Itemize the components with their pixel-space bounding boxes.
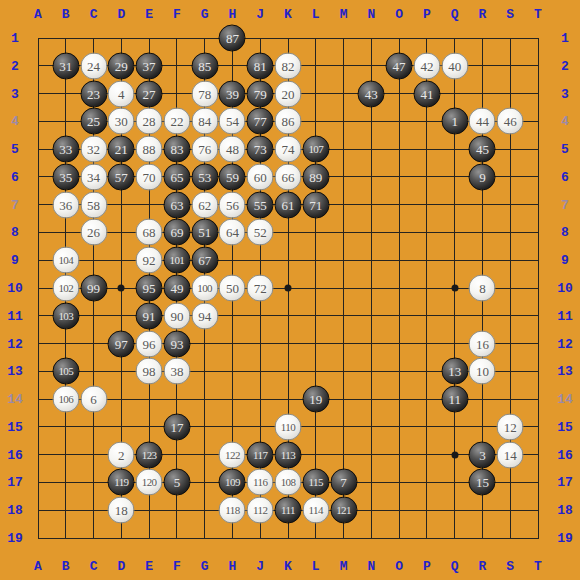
go-board[interactable]: AABBCCDDEEFFGGHHJJKKLLMMNNOOPPQQRRSSTT11… <box>0 0 580 580</box>
stone-E4: 28 <box>136 108 163 135</box>
coord-label-top: A <box>34 7 42 22</box>
stone-F9: 101 <box>163 247 190 274</box>
coord-label-left: 11 <box>7 308 23 323</box>
star-point <box>451 285 458 292</box>
stone-D6: 57 <box>108 163 135 190</box>
stone-B14: 106 <box>52 386 79 413</box>
stone-R6: 9 <box>469 163 496 190</box>
stone-F12: 93 <box>163 330 190 357</box>
coord-label-bottom: B <box>62 559 70 574</box>
stone-K18: 111 <box>275 497 302 524</box>
coord-label-right: 11 <box>557 308 573 323</box>
stone-R12: 16 <box>469 330 496 357</box>
stone-J6: 60 <box>247 163 274 190</box>
stone-G8: 51 <box>191 219 218 246</box>
stone-D2: 29 <box>108 52 135 79</box>
coord-label-left: 7 <box>11 197 19 212</box>
coord-label-left: 17 <box>7 475 23 490</box>
stone-D16: 2 <box>108 441 135 468</box>
stone-R4: 44 <box>469 108 496 135</box>
grid-line-vertical <box>371 38 372 539</box>
grid-line-vertical <box>399 38 400 539</box>
coord-label-bottom: K <box>284 559 292 574</box>
stone-D17: 119 <box>108 469 135 496</box>
coord-label-top: H <box>229 7 237 22</box>
stone-H5: 48 <box>219 136 246 163</box>
stone-J17: 116 <box>247 469 274 496</box>
coord-label-right: 19 <box>557 531 573 546</box>
stone-H7: 56 <box>219 191 246 218</box>
stone-L6: 89 <box>302 163 329 190</box>
stone-F15: 17 <box>163 413 190 440</box>
coord-label-right: 8 <box>561 225 569 240</box>
stone-K7: 61 <box>275 191 302 218</box>
coord-label-bottom: D <box>117 559 125 574</box>
stone-L17: 115 <box>302 469 329 496</box>
coord-label-left: 12 <box>7 336 23 351</box>
stone-B7: 36 <box>52 191 79 218</box>
coord-label-bottom: F <box>173 559 181 574</box>
stone-J2: 81 <box>247 52 274 79</box>
stone-E10: 95 <box>136 275 163 302</box>
stone-L5: 107 <box>302 136 329 163</box>
stone-J18: 112 <box>247 497 274 524</box>
stone-R13: 10 <box>469 358 496 385</box>
stone-G9: 67 <box>191 247 218 274</box>
stone-R16: 3 <box>469 441 496 468</box>
stone-R17: 15 <box>469 469 496 496</box>
stone-J10: 72 <box>247 275 274 302</box>
coord-label-right: 14 <box>557 392 573 407</box>
stone-C5: 32 <box>80 136 107 163</box>
stone-H3: 39 <box>219 80 246 107</box>
coord-label-right: 10 <box>557 281 573 296</box>
stone-H16: 122 <box>219 441 246 468</box>
stone-P3: 41 <box>413 80 440 107</box>
stone-B2: 31 <box>52 52 79 79</box>
stone-K4: 86 <box>275 108 302 135</box>
coord-label-left: 4 <box>11 114 19 129</box>
grid-line-vertical <box>343 38 344 539</box>
coord-label-bottom: G <box>201 559 209 574</box>
stone-H18: 118 <box>219 497 246 524</box>
coord-label-top: J <box>256 7 264 22</box>
star-point <box>118 285 125 292</box>
stone-C2: 24 <box>80 52 107 79</box>
coord-label-bottom: H <box>229 559 237 574</box>
coord-label-top: G <box>201 7 209 22</box>
stone-K15: 110 <box>275 413 302 440</box>
coord-label-left: 16 <box>7 447 23 462</box>
grid-line-vertical <box>315 38 316 539</box>
coord-label-left: 1 <box>11 31 19 46</box>
stone-E11: 91 <box>136 302 163 329</box>
coord-label-right: 9 <box>561 253 569 268</box>
stone-M17: 7 <box>330 469 357 496</box>
stone-L14: 19 <box>302 386 329 413</box>
coord-label-top: M <box>340 7 348 22</box>
stone-D3: 4 <box>108 80 135 107</box>
stone-Q2: 40 <box>441 52 468 79</box>
coord-label-bottom: L <box>312 559 320 574</box>
stone-C10: 99 <box>80 275 107 302</box>
stone-F13: 38 <box>163 358 190 385</box>
stone-C6: 34 <box>80 163 107 190</box>
stone-B6: 35 <box>52 163 79 190</box>
stone-C8: 26 <box>80 219 107 246</box>
stone-C4: 25 <box>80 108 107 135</box>
stone-R5: 45 <box>469 136 496 163</box>
stone-D4: 30 <box>108 108 135 135</box>
stone-L18: 114 <box>302 497 329 524</box>
stone-B5: 33 <box>52 136 79 163</box>
stone-F6: 65 <box>163 163 190 190</box>
coord-label-left: 15 <box>7 419 23 434</box>
stone-Q4: 1 <box>441 108 468 135</box>
coord-label-right: 6 <box>561 169 569 184</box>
stone-G2: 85 <box>191 52 218 79</box>
stone-H1: 87 <box>219 25 246 52</box>
coord-label-right: 7 <box>561 197 569 212</box>
coord-label-bottom: M <box>340 559 348 574</box>
grid-line-vertical <box>426 38 427 539</box>
coord-label-bottom: J <box>256 559 264 574</box>
coord-label-left: 3 <box>11 86 19 101</box>
stone-Q13: 13 <box>441 358 468 385</box>
stone-C7: 58 <box>80 191 107 218</box>
stone-E9: 92 <box>136 247 163 274</box>
stone-E5: 88 <box>136 136 163 163</box>
stone-D18: 18 <box>108 497 135 524</box>
grid-line-horizontal <box>38 315 539 316</box>
stone-F11: 90 <box>163 302 190 329</box>
coord-label-bottom: R <box>479 559 487 574</box>
stone-K6: 66 <box>275 163 302 190</box>
stone-N3: 43 <box>358 80 385 107</box>
coord-label-left: 19 <box>7 531 23 546</box>
stone-F7: 63 <box>163 191 190 218</box>
stone-E6: 70 <box>136 163 163 190</box>
coord-label-left: 6 <box>11 169 19 184</box>
stone-B11: 103 <box>52 302 79 329</box>
star-point <box>285 285 292 292</box>
coord-label-right: 16 <box>557 447 573 462</box>
coord-label-right: 12 <box>557 336 573 351</box>
stone-P2: 42 <box>413 52 440 79</box>
stone-B10: 102 <box>52 275 79 302</box>
coord-label-right: 2 <box>561 58 569 73</box>
stone-J5: 73 <box>247 136 274 163</box>
coord-label-right: 4 <box>561 114 569 129</box>
stone-G11: 94 <box>191 302 218 329</box>
stone-M18: 121 <box>330 497 357 524</box>
coord-label-left: 2 <box>11 58 19 73</box>
coord-label-top: E <box>145 7 153 22</box>
coord-label-top: B <box>62 7 70 22</box>
stone-B13: 105 <box>52 358 79 385</box>
stone-E3: 27 <box>136 80 163 107</box>
coord-label-top: F <box>173 7 181 22</box>
stone-J16: 117 <box>247 441 274 468</box>
coord-label-top: O <box>395 7 403 22</box>
stone-L7: 71 <box>302 191 329 218</box>
stone-B9: 104 <box>52 247 79 274</box>
coord-label-top: Q <box>451 7 459 22</box>
coord-label-bottom: O <box>395 559 403 574</box>
stone-G3: 78 <box>191 80 218 107</box>
stone-S16: 14 <box>497 441 524 468</box>
stone-J8: 52 <box>247 219 274 246</box>
stone-D12: 97 <box>108 330 135 357</box>
stone-F5: 83 <box>163 136 190 163</box>
stone-G10: 100 <box>191 275 218 302</box>
coord-label-left: 13 <box>7 364 23 379</box>
stone-F8: 69 <box>163 219 190 246</box>
stone-E8: 68 <box>136 219 163 246</box>
grid-line-horizontal <box>38 538 539 539</box>
stone-J4: 77 <box>247 108 274 135</box>
coord-label-bottom: N <box>367 559 375 574</box>
coord-label-top: S <box>506 7 514 22</box>
grid-line-vertical <box>538 38 539 539</box>
coord-label-bottom: S <box>506 559 514 574</box>
coord-label-left: 14 <box>7 392 23 407</box>
coord-label-right: 13 <box>557 364 573 379</box>
coord-label-top: R <box>479 7 487 22</box>
stone-Q14: 11 <box>441 386 468 413</box>
coord-label-left: 9 <box>11 253 19 268</box>
coord-label-left: 5 <box>11 142 19 157</box>
coord-label-top: N <box>367 7 375 22</box>
stone-F4: 22 <box>163 108 190 135</box>
stone-E2: 37 <box>136 52 163 79</box>
coord-label-top: D <box>117 7 125 22</box>
coord-label-right: 18 <box>557 503 573 518</box>
stone-H10: 50 <box>219 275 246 302</box>
coord-label-top: K <box>284 7 292 22</box>
stone-F10: 49 <box>163 275 190 302</box>
stone-K3: 20 <box>275 80 302 107</box>
coord-label-top: C <box>90 7 98 22</box>
coord-label-top: L <box>312 7 320 22</box>
stone-C3: 23 <box>80 80 107 107</box>
stone-E13: 98 <box>136 358 163 385</box>
stone-E16: 123 <box>136 441 163 468</box>
coord-label-right: 17 <box>557 475 573 490</box>
coord-label-left: 18 <box>7 503 23 518</box>
coord-label-bottom: C <box>90 559 98 574</box>
stone-S15: 12 <box>497 413 524 440</box>
stone-E12: 96 <box>136 330 163 357</box>
stone-H17: 109 <box>219 469 246 496</box>
coord-label-bottom: T <box>534 559 542 574</box>
coord-label-right: 5 <box>561 142 569 157</box>
coord-label-bottom: A <box>34 559 42 574</box>
stone-G4: 84 <box>191 108 218 135</box>
stone-G7: 62 <box>191 191 218 218</box>
stone-G6: 53 <box>191 163 218 190</box>
stone-H8: 64 <box>219 219 246 246</box>
stone-K5: 74 <box>275 136 302 163</box>
coord-label-top: T <box>534 7 542 22</box>
stone-G5: 76 <box>191 136 218 163</box>
go-diagram: AABBCCDDEEFFGGHHJJKKLLMMNNOOPPQQRRSSTT11… <box>0 0 580 580</box>
stone-H4: 54 <box>219 108 246 135</box>
stone-H6: 59 <box>219 163 246 190</box>
stone-S4: 46 <box>497 108 524 135</box>
stone-J3: 79 <box>247 80 274 107</box>
coord-label-left: 8 <box>11 225 19 240</box>
stone-F17: 5 <box>163 469 190 496</box>
coord-label-left: 10 <box>7 281 23 296</box>
coord-label-bottom: E <box>145 559 153 574</box>
coord-label-right: 3 <box>561 86 569 101</box>
stone-O2: 47 <box>386 52 413 79</box>
star-point <box>451 451 458 458</box>
stone-R10: 8 <box>469 275 496 302</box>
coord-label-top: P <box>423 7 431 22</box>
stone-K16: 113 <box>275 441 302 468</box>
stone-K17: 108 <box>275 469 302 496</box>
coord-label-bottom: P <box>423 559 431 574</box>
stone-E17: 120 <box>136 469 163 496</box>
coord-label-right: 15 <box>557 419 573 434</box>
coord-label-bottom: Q <box>451 559 459 574</box>
stone-D5: 21 <box>108 136 135 163</box>
coord-label-right: 1 <box>561 31 569 46</box>
stone-C14: 6 <box>80 386 107 413</box>
stone-K2: 82 <box>275 52 302 79</box>
stone-J7: 55 <box>247 191 274 218</box>
